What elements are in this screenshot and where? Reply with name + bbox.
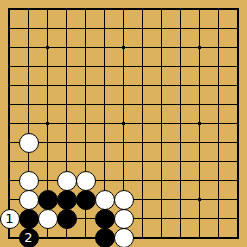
board-intersection bbox=[190, 57, 209, 76]
board-intersection bbox=[133, 57, 152, 76]
board-intersection bbox=[152, 0, 171, 19]
board-intersection bbox=[133, 19, 152, 38]
board-intersection bbox=[152, 38, 171, 57]
board-intersection bbox=[171, 152, 190, 171]
board-intersection bbox=[209, 133, 228, 152]
board-intersection bbox=[171, 0, 190, 19]
board-intersection bbox=[228, 209, 247, 228]
board-intersection bbox=[76, 152, 95, 171]
board-intersection bbox=[114, 95, 133, 114]
board-intersection bbox=[171, 76, 190, 95]
board-intersection bbox=[190, 171, 209, 190]
board-intersection bbox=[95, 171, 114, 190]
board-intersection bbox=[209, 57, 228, 76]
white-stone-move-1: 1 bbox=[0, 209, 20, 229]
board-intersection bbox=[152, 209, 171, 228]
board-intersection bbox=[228, 19, 247, 38]
star-point bbox=[198, 198, 201, 201]
board-intersection bbox=[38, 228, 57, 247]
white-stone bbox=[57, 171, 77, 191]
board-intersection bbox=[152, 152, 171, 171]
board-intersection bbox=[95, 95, 114, 114]
go-board: 12 bbox=[0, 0, 247, 247]
board-intersection bbox=[171, 133, 190, 152]
board-intersection bbox=[228, 114, 247, 133]
board-intersection bbox=[76, 114, 95, 133]
board-intersection bbox=[209, 209, 228, 228]
star-point bbox=[122, 122, 125, 125]
board-intersection bbox=[19, 76, 38, 95]
board-intersection bbox=[228, 76, 247, 95]
board-intersection bbox=[171, 171, 190, 190]
board-intersection bbox=[228, 0, 247, 19]
board-intersection bbox=[0, 133, 19, 152]
board-intersection bbox=[133, 76, 152, 95]
board-intersection bbox=[228, 152, 247, 171]
board-intersection bbox=[57, 19, 76, 38]
board-intersection bbox=[190, 133, 209, 152]
white-stone bbox=[38, 209, 58, 229]
board-intersection bbox=[19, 95, 38, 114]
star-point bbox=[122, 46, 125, 49]
board-intersection bbox=[190, 209, 209, 228]
board-intersection bbox=[152, 228, 171, 247]
board-intersection bbox=[209, 19, 228, 38]
board-intersection bbox=[57, 38, 76, 57]
board-intersection bbox=[76, 19, 95, 38]
board-intersection bbox=[57, 95, 76, 114]
board-intersection bbox=[152, 190, 171, 209]
board-intersection bbox=[152, 114, 171, 133]
board-intersection bbox=[0, 228, 19, 247]
board-intersection bbox=[133, 114, 152, 133]
board-intersection bbox=[57, 76, 76, 95]
board-intersection bbox=[209, 76, 228, 95]
board-intersection bbox=[38, 171, 57, 190]
board-intersection bbox=[0, 38, 19, 57]
board-intersection bbox=[57, 114, 76, 133]
board-intersection bbox=[209, 228, 228, 247]
board-intersection bbox=[57, 152, 76, 171]
board-intersection bbox=[38, 0, 57, 19]
board-intersection bbox=[76, 76, 95, 95]
board-intersection bbox=[209, 152, 228, 171]
white-stone bbox=[114, 209, 134, 229]
black-stone bbox=[57, 190, 77, 210]
board-intersection bbox=[76, 38, 95, 57]
board-intersection bbox=[0, 171, 19, 190]
star-point bbox=[46, 46, 49, 49]
board-intersection bbox=[114, 133, 133, 152]
board-intersection bbox=[0, 76, 19, 95]
board-intersection bbox=[209, 38, 228, 57]
board-intersection bbox=[171, 228, 190, 247]
board-intersection bbox=[19, 19, 38, 38]
board-intersection bbox=[38, 133, 57, 152]
board-intersection bbox=[0, 0, 19, 19]
board-intersection bbox=[76, 57, 95, 76]
board-intersection bbox=[0, 95, 19, 114]
board-intersection bbox=[38, 57, 57, 76]
board-intersection bbox=[57, 228, 76, 247]
board-intersection bbox=[19, 38, 38, 57]
board-intersection bbox=[76, 0, 95, 19]
black-stone bbox=[57, 209, 77, 229]
board-intersection bbox=[133, 190, 152, 209]
board-intersection bbox=[190, 228, 209, 247]
board-intersection bbox=[152, 95, 171, 114]
board-intersection bbox=[95, 57, 114, 76]
board-intersection bbox=[57, 133, 76, 152]
white-stone bbox=[19, 171, 39, 191]
board-intersection bbox=[171, 57, 190, 76]
white-stone bbox=[114, 190, 134, 210]
board-intersection bbox=[95, 133, 114, 152]
white-stone bbox=[114, 228, 134, 247]
board-intersection bbox=[76, 95, 95, 114]
board-intersection bbox=[114, 57, 133, 76]
board-intersection bbox=[38, 19, 57, 38]
white-stone bbox=[95, 190, 115, 210]
black-stone bbox=[19, 209, 39, 229]
board-intersection bbox=[152, 133, 171, 152]
board-intersection bbox=[190, 19, 209, 38]
white-stone bbox=[19, 190, 39, 210]
board-intersection bbox=[228, 95, 247, 114]
board-intersection bbox=[38, 95, 57, 114]
board-intersection bbox=[114, 152, 133, 171]
board-intersection bbox=[0, 19, 19, 38]
board-intersection bbox=[95, 76, 114, 95]
black-stone bbox=[38, 190, 58, 210]
black-stone bbox=[95, 209, 115, 229]
board-intersection bbox=[95, 0, 114, 19]
board-intersection bbox=[209, 95, 228, 114]
board-intersection bbox=[133, 38, 152, 57]
board-intersection bbox=[228, 38, 247, 57]
board-intersection bbox=[0, 152, 19, 171]
board-intersection bbox=[114, 76, 133, 95]
board-intersection bbox=[57, 0, 76, 19]
board-intersection bbox=[171, 190, 190, 209]
board-intersection bbox=[95, 19, 114, 38]
board-intersection bbox=[19, 57, 38, 76]
board-intersection bbox=[190, 76, 209, 95]
board-intersection bbox=[133, 95, 152, 114]
board-intersection bbox=[57, 57, 76, 76]
black-stone bbox=[95, 228, 115, 247]
board-intersection bbox=[38, 76, 57, 95]
board-intersection bbox=[133, 171, 152, 190]
board-intersection bbox=[228, 190, 247, 209]
board-intersection bbox=[190, 152, 209, 171]
board-intersection bbox=[95, 38, 114, 57]
board-intersection bbox=[38, 152, 57, 171]
board-intersection bbox=[19, 152, 38, 171]
board-intersection bbox=[171, 209, 190, 228]
black-stone-move-2: 2 bbox=[19, 228, 39, 247]
star-point bbox=[198, 46, 201, 49]
board-intersection bbox=[133, 152, 152, 171]
board-intersection bbox=[133, 228, 152, 247]
board-intersection bbox=[209, 114, 228, 133]
board-intersection bbox=[190, 0, 209, 19]
board-intersection bbox=[0, 190, 19, 209]
board-intersection bbox=[209, 171, 228, 190]
black-stone bbox=[76, 190, 96, 210]
board-intersection bbox=[190, 95, 209, 114]
board-intersection bbox=[228, 133, 247, 152]
board-intersection bbox=[19, 114, 38, 133]
board-intersection bbox=[76, 209, 95, 228]
white-stone bbox=[19, 133, 39, 153]
board-intersection bbox=[171, 38, 190, 57]
white-stone bbox=[76, 171, 96, 191]
board-intersection bbox=[114, 171, 133, 190]
board-intersection bbox=[209, 0, 228, 19]
board-intersection bbox=[133, 209, 152, 228]
board-intersection bbox=[228, 171, 247, 190]
board-intersection bbox=[133, 0, 152, 19]
board-intersection bbox=[114, 0, 133, 19]
board-intersection bbox=[171, 95, 190, 114]
board-intersection bbox=[95, 152, 114, 171]
board-intersection bbox=[152, 76, 171, 95]
board-intersection bbox=[209, 190, 228, 209]
board-intersection bbox=[152, 57, 171, 76]
board-intersection bbox=[76, 228, 95, 247]
board-intersection bbox=[114, 19, 133, 38]
board-intersection bbox=[171, 19, 190, 38]
board-intersection bbox=[152, 19, 171, 38]
board-intersection bbox=[0, 114, 19, 133]
board-intersection bbox=[133, 133, 152, 152]
star-point bbox=[198, 122, 201, 125]
board-intersection bbox=[228, 228, 247, 247]
board-intersection bbox=[228, 57, 247, 76]
board-intersection bbox=[171, 114, 190, 133]
board-intersection bbox=[76, 133, 95, 152]
board-intersection bbox=[19, 0, 38, 19]
star-point bbox=[46, 122, 49, 125]
board-intersection bbox=[95, 114, 114, 133]
board-intersection bbox=[152, 171, 171, 190]
board-intersection bbox=[0, 57, 19, 76]
